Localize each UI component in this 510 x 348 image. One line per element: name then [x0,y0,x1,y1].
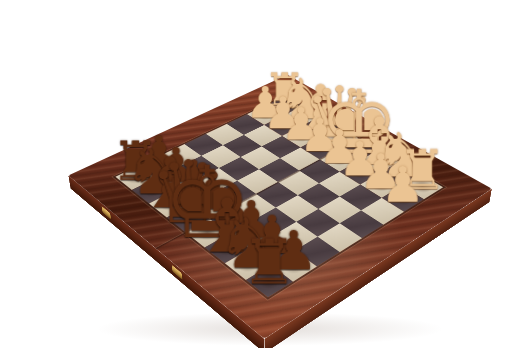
brass-latch-2 [172,265,183,280]
square-h8[interactable]: ♜ [246,265,293,297]
brass-latch-1 [102,206,112,220]
chess-board: ♜♞♝♛♚♝♞♜♟♟♟♟♟♟♟♟♟♟♟♟♟♟♟♟♜♞♝♛♚♝♞♜ [128,32,428,332]
square-h3[interactable] [361,198,404,225]
board-frame: ♜♞♝♛♚♝♞♜♟♟♟♟♟♟♟♟♟♟♟♟♟♟♟♟♜♞♝♛♚♝♞♜ [68,75,492,339]
chess-set-photo: ♜♞♝♛♚♝♞♜♟♟♟♟♟♟♟♟♟♟♟♟♟♟♟♟♜♞♝♛♚♝♞♜ [0,0,510,348]
